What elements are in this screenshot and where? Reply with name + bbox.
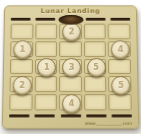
grid-cell-r3c1 (10, 59, 33, 75)
slot-slit (112, 114, 132, 117)
disc-1-r3c2[interactable]: 1 (37, 58, 56, 77)
grid-cell-r5c5 (109, 94, 132, 110)
board-grid: 214135254 (3, 22, 138, 113)
grid-cell-r3c4: 5 (84, 59, 107, 75)
grid-cell-r1c2 (35, 24, 57, 39)
slot-slit (86, 114, 106, 117)
grid-cell-r3c3: 3 (59, 59, 82, 75)
slot-slit (36, 17, 56, 20)
disc-4-r5c3[interactable]: 4 (62, 94, 81, 113)
website-text: www.___________.com (85, 121, 132, 126)
grid-cell-r3c2: 1 (35, 59, 58, 75)
grid-cell-r1c5 (108, 24, 131, 39)
grid-cell-r2c5: 4 (108, 41, 131, 57)
grid-cell-r2c2 (35, 41, 58, 57)
disc-5-r4c5[interactable]: 5 (111, 76, 130, 95)
grid-cell-r1c1 (10, 24, 33, 39)
grid-cell-r5c1 (9, 94, 32, 110)
slot-slit (110, 17, 130, 20)
grid-cell-r1c4 (84, 24, 106, 39)
disc-1-r2c1[interactable]: 1 (13, 40, 32, 59)
disc-5-r3c4[interactable]: 5 (87, 58, 106, 77)
disc-4-r2c5[interactable]: 4 (111, 40, 130, 59)
slot-slit (9, 114, 29, 117)
grid-cell-r4c1: 2 (10, 76, 33, 92)
disc-3-r3c3[interactable]: 3 (62, 58, 81, 77)
grid-cell-r2c4 (84, 41, 107, 57)
grid-cell-r4c3 (59, 76, 82, 92)
grid-cell-r3c5 (108, 59, 131, 75)
grid-cell-r5c3: 4 (59, 94, 82, 110)
disc-2-r4c1[interactable]: 2 (12, 76, 31, 95)
slot-slit (86, 17, 106, 20)
puzzle-board: Lunar Landing 214135254 www.___________.… (2, 5, 139, 129)
grid-cell-r1c3: 2 (59, 24, 81, 39)
slot-slit (11, 17, 31, 20)
slot-slit (35, 114, 55, 117)
grid-cell-r4c5: 5 (109, 76, 132, 92)
grid-cell-r2c1: 1 (10, 41, 33, 57)
grid-cell-r5c2 (34, 94, 57, 110)
exit-notch (58, 15, 83, 25)
grid-cell-r2c3 (59, 41, 82, 57)
disc-2-r1c3[interactable]: 2 (62, 23, 81, 42)
grid-cell-r4c4 (84, 76, 107, 92)
photo-background: Lunar Landing 214135254 www.___________.… (0, 0, 141, 134)
slot-slit (60, 114, 80, 117)
grid-cell-r4c2 (34, 76, 57, 92)
grid-cell-r5c4 (84, 94, 107, 110)
board-footer: www.___________.com (3, 119, 138, 128)
